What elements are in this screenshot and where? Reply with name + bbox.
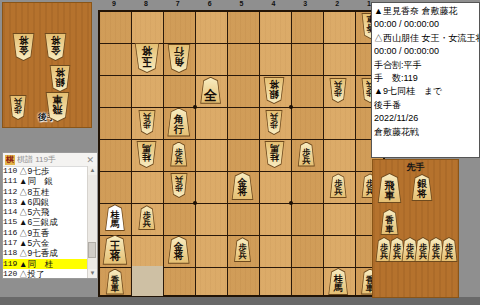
star-point (289, 201, 293, 205)
sente-hand-香車[interactable]: 香車 (380, 209, 399, 235)
piece-歩兵-4四[interactable]: 歩兵 (265, 110, 283, 135)
kifu-app-icon: 棋 (5, 155, 15, 165)
kifu-move-115[interactable]: 115▲6三銀成 (3, 217, 88, 227)
grid-line (100, 107, 383, 108)
file-label-4: 4 (268, 0, 278, 7)
kifu-move-117[interactable]: 117▲5六金 (3, 238, 88, 248)
piece-歩兵-7五[interactable]: 歩兵 (170, 142, 188, 167)
piece-角行-7二[interactable]: 角行 (167, 44, 191, 73)
move-number: 113 (3, 197, 17, 207)
window-bottom-strip (0, 297, 480, 305)
kifu-move-119[interactable]: 119▲同 桂 (3, 259, 88, 269)
piece-玉将-8二[interactable]: 玉将 (134, 43, 160, 73)
info-line-6: ▲9七同桂 まで (374, 85, 479, 98)
move-text: △9七香成 (19, 248, 58, 258)
piece-歩兵-3五[interactable]: 歩兵 (297, 142, 315, 167)
sente-hand-銀将[interactable]: 銀将 (411, 174, 433, 201)
piece-香車-9九[interactable]: 香車 (105, 269, 124, 295)
sente-tray-label: 先手 (373, 161, 458, 174)
file-label-9: 9 (109, 0, 119, 7)
grid-line (100, 75, 383, 76)
piece-桂馬-9七[interactable]: 桂馬 (104, 204, 125, 231)
piece-歩兵-2六[interactable]: 歩兵 (329, 173, 347, 198)
piece-桂馬-2九[interactable]: 桂馬 (328, 268, 349, 295)
info-line-2: △西山朋佳 女王・女流王将 (374, 32, 479, 45)
gote-hand-銀将[interactable]: 銀将 (49, 65, 71, 92)
kifu-move-114[interactable]: 114△5六飛 (3, 207, 88, 217)
scroll-up-icon[interactable]: ▲ (88, 166, 97, 175)
move-text: ▲6三銀成 (19, 217, 58, 227)
info-line-4: 手合割:平手 (374, 59, 479, 72)
piece-桂馬-4五[interactable]: 桂馬 (264, 141, 285, 168)
piece-全-6三[interactable]: 全 (200, 77, 222, 104)
star-point (193, 105, 197, 109)
grid-line (163, 12, 164, 295)
file-label-3: 3 (300, 0, 310, 7)
move-number: 119 (3, 259, 17, 269)
sente-captured-pieces-tray: 先手 飛車銀将香車歩兵歩兵歩兵歩兵歩兵歩兵 (372, 159, 459, 298)
piece-王将-9八[interactable]: 王将 (102, 235, 128, 265)
move-text: ▲同 桂 (19, 259, 53, 269)
piece-歩兵-8四[interactable]: 歩兵 (138, 110, 156, 135)
info-line-3: 00:00 / 00:00:00 (374, 45, 479, 58)
sente-hand-歩兵[interactable]: 歩兵 (440, 237, 458, 262)
move-text: ▲6四銀 (19, 197, 49, 207)
kifu-move-110[interactable]: 110△9七歩 (3, 166, 88, 176)
info-line-1: 00:00 / 00:00:00 (374, 18, 479, 31)
grid-line (291, 12, 292, 295)
move-text: ▲5六金 (19, 238, 49, 248)
sente-hand-飛車[interactable]: 飛車 (377, 173, 402, 203)
move-number: 110 (3, 166, 17, 176)
move-number: 115 (3, 217, 17, 227)
piece-歩兵-8七[interactable]: 歩兵 (138, 205, 156, 230)
piece-角行-7四[interactable]: 角行 (167, 108, 191, 137)
piece-金将-7八[interactable]: 金将 (167, 236, 190, 264)
grid-line (131, 12, 132, 295)
star-point (193, 201, 197, 205)
move-text: △8五桂 (19, 187, 49, 197)
info-line-8: 2022/11/26 (374, 112, 479, 125)
file-label-5: 5 (237, 0, 247, 7)
move-number: 116 (3, 228, 17, 238)
kifu-move-116[interactable]: 116△9五香 (3, 228, 88, 238)
piece-歩兵-2三[interactable]: 歩兵 (329, 78, 347, 103)
file-label-6: 6 (205, 0, 215, 7)
file-label-7: 7 (173, 0, 183, 7)
kifu-move-118[interactable]: 118△9七香成 (3, 248, 88, 258)
move-number: 111 (3, 176, 17, 186)
piece-金将-5六[interactable]: 金将 (231, 172, 254, 200)
kifu-window: 棋 棋譜 119手 ✕ 110△9七歩111▲同 銀112△8五桂113▲6四銀… (2, 152, 98, 279)
info-line-5: 手 数:119 (374, 72, 479, 85)
move-number: 117 (3, 238, 17, 248)
scroll-down-icon[interactable]: ▼ (88, 269, 97, 278)
star-point (289, 105, 293, 109)
info-line-0: ▲里見香奈 倉敷藤花 (374, 5, 479, 18)
shogi-board[interactable]: 香車玉将角行全銀将歩兵歩兵歩兵角行歩兵桂馬歩兵桂馬歩兵歩兵金将歩兵歩兵桂馬歩兵王… (98, 10, 385, 297)
gote-hand-金将[interactable]: 金将 (12, 33, 35, 61)
kifu-move-list[interactable]: 110△9七歩111▲同 銀112△8五桂113▲6四銀114△5六飛115▲6… (3, 166, 88, 278)
piece-歩兵-5八[interactable]: 歩兵 (234, 237, 252, 262)
grid-line (259, 12, 260, 295)
grid-line (227, 12, 228, 295)
move-number: 118 (3, 248, 17, 258)
info-line-7: 後手番 (374, 99, 479, 112)
info-line-9: 倉敷藤花戦 (374, 126, 479, 139)
kifu-move-111[interactable]: 111▲同 銀 (3, 176, 88, 186)
move-number: 112 (3, 187, 17, 197)
move-text: △5六飛 (19, 207, 49, 217)
grid-line (195, 12, 196, 295)
grid-line (100, 139, 383, 140)
kifu-window-title: 棋譜 119手 (17, 154, 83, 165)
kifu-move-113[interactable]: 113▲6四銀 (3, 197, 88, 207)
grid-line (355, 12, 356, 295)
gote-hand-金将[interactable]: 金将 (44, 33, 67, 61)
scrollbar-thumb[interactable] (88, 242, 96, 258)
move-text: △9七歩 (19, 166, 49, 176)
shogi-app-screen: 後手 金将金将銀将歩兵飛車 香車玉将角行全銀将歩兵歩兵歩兵角行歩兵桂馬歩兵桂馬歩… (0, 0, 480, 305)
grid-line (100, 203, 383, 204)
kifu-scrollbar[interactable]: ▲ ▼ (87, 166, 97, 278)
game-info-panel: ▲里見香奈 倉敷藤花00:00 / 00:00:00△西山朋佳 女王・女流王将0… (371, 2, 480, 158)
move-number: 114 (3, 207, 17, 217)
grid-line (100, 171, 383, 172)
piece-銀将-4三[interactable]: 銀将 (263, 77, 285, 104)
piece-歩兵-7六[interactable]: 歩兵 (170, 173, 188, 198)
move-text: △投了 (19, 269, 45, 278)
gote-captured-pieces-tray: 後手 金将金将銀将歩兵飛車 (2, 2, 92, 128)
close-icon[interactable]: ✕ (83, 155, 97, 165)
file-label-2: 2 (332, 0, 342, 7)
move-text: ▲同 銀 (19, 176, 53, 186)
move-text: △9五香 (19, 228, 49, 238)
last-move-origin-square[interactable] (132, 266, 163, 297)
grid-line (323, 12, 324, 295)
move-number: 120 (3, 269, 17, 278)
piece-桂馬-8五[interactable]: 桂馬 (136, 141, 157, 168)
file-label-8: 8 (141, 0, 151, 7)
kifu-titlebar[interactable]: 棋 棋譜 119手 ✕ (3, 153, 97, 167)
kifu-move-120[interactable]: 120△投了 (3, 269, 88, 278)
grid-line (100, 235, 383, 236)
kifu-move-112[interactable]: 112△8五桂 (3, 187, 88, 197)
